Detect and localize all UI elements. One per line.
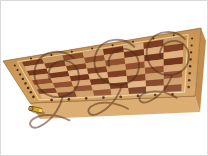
chessboard-photo [0,0,208,156]
product-photo [0,0,208,156]
board-sheen [3,28,201,103]
